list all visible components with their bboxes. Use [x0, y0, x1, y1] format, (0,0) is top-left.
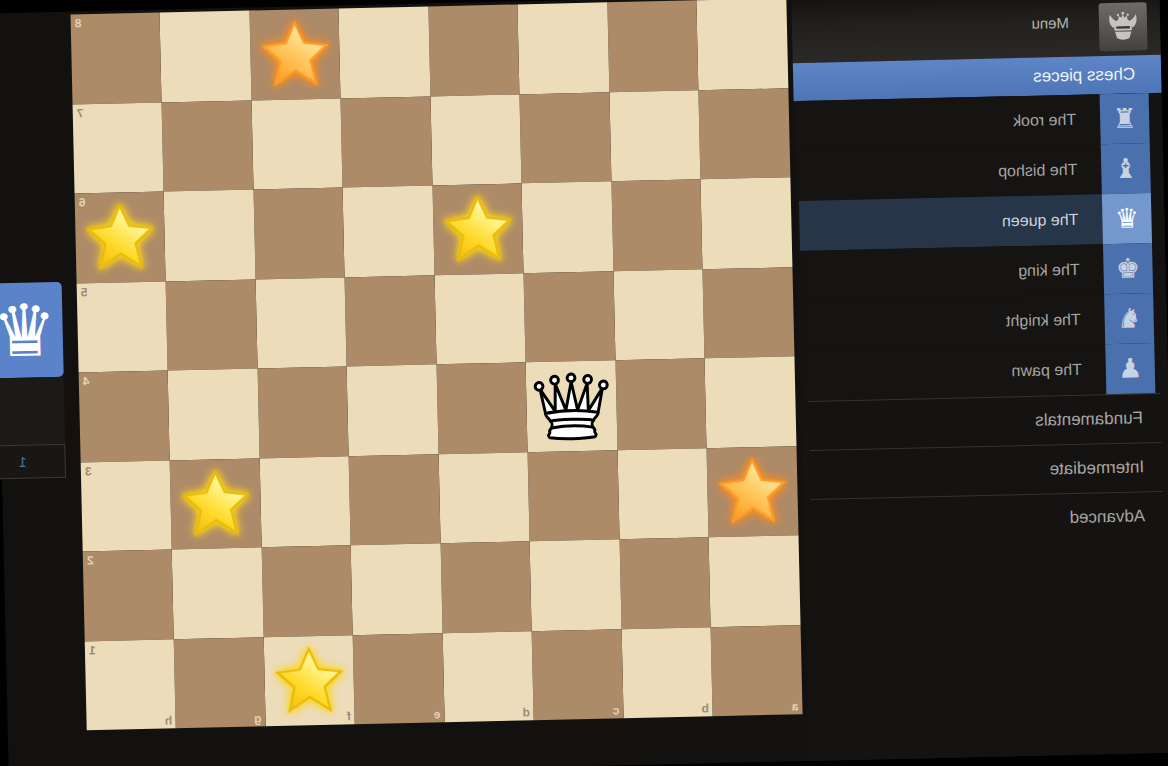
- menu-bar: Menu: [791, 0, 1160, 63]
- rook-icon: ♜: [1100, 93, 1150, 144]
- section-advanced[interactable]: Advanced: [811, 491, 1164, 548]
- square-h4[interactable]: 4: [79, 370, 171, 462]
- square-g5[interactable]: [166, 279, 258, 371]
- square-g6[interactable]: [164, 189, 256, 281]
- square-f4[interactable]: [258, 366, 350, 458]
- rank-label-2: 2: [87, 553, 94, 567]
- square-g3[interactable]: [170, 458, 262, 550]
- chess-board: 8765432abcdefg1h: [71, 0, 803, 730]
- file-label-c: c: [613, 703, 620, 717]
- screenshot-scene: Menu Chess pieces ♜The rook♝The bishop♛T…: [0, 0, 1168, 766]
- square-h5[interactable]: 5: [77, 281, 169, 373]
- square-b1[interactable]: b: [622, 627, 714, 719]
- lesson-label: The queen: [799, 194, 1103, 251]
- lesson-item-bishop[interactable]: ♝The bishop: [798, 143, 1151, 201]
- square-a1[interactable]: a: [711, 625, 803, 717]
- progress-panel: [0, 377, 65, 446]
- rank-label-5: 5: [81, 285, 88, 299]
- square-b3[interactable]: [618, 448, 710, 540]
- square-e1[interactable]: e: [353, 633, 445, 725]
- square-f8[interactable]: [249, 8, 341, 100]
- file-label-e: e: [434, 707, 441, 721]
- square-g7[interactable]: [162, 100, 254, 192]
- square-d6[interactable]: [432, 183, 524, 275]
- board-area: 8765432abcdefg1h: [71, 0, 803, 730]
- square-b6[interactable]: [611, 179, 703, 271]
- lesson-item-queen[interactable]: ♛The queen: [799, 193, 1152, 251]
- section-fundamentals[interactable]: Fundamentals: [808, 393, 1161, 450]
- white-queen[interactable]: [526, 360, 618, 452]
- square-f2[interactable]: [262, 545, 354, 637]
- rank-label-7: 7: [77, 106, 84, 120]
- square-d3[interactable]: [439, 452, 531, 544]
- learn-home-button[interactable]: [1099, 2, 1148, 51]
- lesson-label: The rook: [797, 94, 1101, 151]
- rank-label-6: 6: [79, 195, 86, 209]
- section-intermediate[interactable]: Intermediate: [810, 442, 1163, 499]
- section-list: FundamentalsIntermediateAdvanced: [800, 393, 1168, 548]
- lesson-label: The knight: [801, 294, 1105, 351]
- square-d2[interactable]: [441, 541, 533, 633]
- lesson-label: The bishop: [798, 144, 1102, 201]
- square-g8[interactable]: [160, 10, 252, 102]
- queen-icon: ♛: [1102, 193, 1152, 244]
- square-b5[interactable]: [613, 269, 705, 361]
- square-f6[interactable]: [254, 187, 346, 279]
- square-h3[interactable]: 3: [81, 460, 173, 552]
- square-c8[interactable]: [518, 2, 610, 94]
- lesson-item-knight[interactable]: ♞The knight: [801, 293, 1154, 351]
- square-b2[interactable]: [620, 537, 712, 629]
- square-e3[interactable]: [349, 454, 441, 546]
- rank-label-1: 1: [89, 643, 96, 657]
- lesson-list: ♜The rook♝The bishop♛The queen♚The king♞…: [797, 93, 1156, 401]
- square-g2[interactable]: [172, 547, 264, 639]
- bishop-icon: ♝: [1101, 143, 1151, 194]
- square-h8[interactable]: 8: [71, 13, 163, 105]
- file-label-d: d: [522, 705, 530, 719]
- square-c3[interactable]: [528, 450, 620, 542]
- square-c1[interactable]: c: [532, 629, 624, 721]
- square-c7[interactable]: [520, 92, 612, 184]
- square-f1[interactable]: f: [264, 635, 356, 727]
- rank-label-3: 3: [85, 464, 92, 478]
- file-label-h: h: [165, 713, 173, 727]
- square-d7[interactable]: [430, 94, 522, 186]
- square-b8[interactable]: [607, 0, 699, 92]
- lesson-label: The king: [800, 244, 1104, 301]
- square-f3[interactable]: [260, 456, 352, 548]
- square-b7[interactable]: [609, 90, 701, 182]
- lesson-item-rook[interactable]: ♜The rook: [797, 93, 1150, 151]
- square-e8[interactable]: [339, 6, 431, 98]
- square-a4[interactable]: [705, 356, 797, 448]
- king-icon: ♚: [1103, 243, 1153, 294]
- square-e6[interactable]: [343, 185, 435, 277]
- square-h6[interactable]: 6: [75, 191, 167, 283]
- square-c2[interactable]: [530, 539, 622, 631]
- menu-label[interactable]: Menu: [1031, 0, 1070, 58]
- queen-icon: ♛: [0, 293, 57, 366]
- square-a7[interactable]: [699, 88, 791, 180]
- stage-tile: ♛: [0, 282, 64, 379]
- file-label-g: g: [254, 711, 262, 725]
- square-a8[interactable]: [697, 0, 789, 90]
- square-b4[interactable]: [615, 358, 707, 450]
- square-c5[interactable]: [524, 271, 616, 363]
- rank-label-8: 8: [75, 16, 82, 30]
- file-label-b: b: [701, 701, 709, 715]
- square-h7[interactable]: 7: [73, 102, 165, 194]
- square-g4[interactable]: [168, 368, 260, 460]
- square-e7[interactable]: [341, 96, 433, 188]
- exercise-tab-1[interactable]: 1: [0, 444, 66, 480]
- square-c6[interactable]: [522, 181, 614, 273]
- stage-title: Chess pieces: [1033, 64, 1135, 85]
- square-a6[interactable]: [701, 177, 793, 269]
- square-f7[interactable]: [251, 98, 343, 190]
- square-e2[interactable]: [351, 543, 443, 635]
- file-label-f: f: [347, 709, 351, 723]
- square-e5[interactable]: [345, 275, 437, 367]
- lesson-item-pawn[interactable]: ♟The pawn: [802, 343, 1155, 401]
- knight-icon: ♞: [1104, 293, 1154, 344]
- sidebar: Menu Chess pieces ♜The rook♝The bishop♛T…: [791, 0, 1168, 761]
- square-a2[interactable]: [709, 535, 801, 627]
- exercise-tabs: 1: [0, 444, 66, 480]
- pawn-icon: ♟: [1105, 343, 1155, 394]
- rank-label-4: 4: [83, 374, 90, 388]
- lesson-item-king[interactable]: ♚The king: [800, 243, 1153, 301]
- square-d8[interactable]: [428, 4, 520, 96]
- app-root: Menu Chess pieces ♜The rook♝The bishop♛T…: [0, 0, 1168, 766]
- horned-helmet-icon: [1106, 9, 1141, 44]
- square-h1[interactable]: 1h: [85, 639, 177, 731]
- square-a3[interactable]: [707, 446, 799, 538]
- file-label-a: a: [792, 699, 799, 713]
- square-a5[interactable]: [703, 267, 795, 359]
- square-d4[interactable]: [437, 362, 529, 454]
- lesson-label: The pawn: [802, 344, 1106, 401]
- square-f5[interactable]: [256, 277, 348, 369]
- square-e4[interactable]: [347, 364, 439, 456]
- square-h2[interactable]: 2: [83, 549, 175, 641]
- progress-widget: ♛ 1: [0, 282, 62, 284]
- square-d1[interactable]: d: [443, 631, 535, 723]
- square-g1[interactable]: g: [174, 637, 266, 729]
- square-d5[interactable]: [435, 273, 527, 365]
